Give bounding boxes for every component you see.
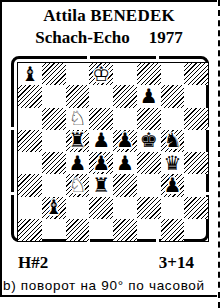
square-a6 — [18, 108, 42, 130]
square-c7 — [66, 85, 90, 107]
square-d6 — [89, 108, 113, 130]
source-name: Schach-Echo — [35, 28, 129, 47]
square-h6 — [184, 108, 208, 130]
piece-wK-d8: ♚♔ — [92, 64, 110, 85]
square-e7 — [113, 85, 137, 107]
board-grid: ♝♚♔♟♞♘♜♟♟♚♞♟♟♟♛♞♘♜♟♝ — [18, 63, 208, 241]
material-count: 3+14 — [159, 252, 216, 274]
square-g4: ♛ — [161, 152, 185, 174]
piece-bP-d4: ♟ — [92, 153, 110, 174]
square-d5: ♟ — [89, 130, 113, 152]
piece-bP-f7: ♟ — [140, 86, 158, 107]
piece-bP-c4: ♟ — [68, 153, 86, 174]
square-c8 — [66, 63, 90, 85]
piece-bP-e4: ♟ — [116, 153, 134, 174]
square-h8 — [184, 63, 208, 85]
square-f4 — [137, 152, 161, 174]
square-c3: ♞♘ — [66, 174, 90, 196]
stipulation-label: H#2 — [0, 252, 48, 274]
page-border-top — [0, 0, 217, 2]
square-c5: ♜ — [66, 130, 90, 152]
square-b1 — [42, 219, 66, 241]
piece-bR-d3: ♜ — [92, 175, 110, 196]
square-h3 — [184, 174, 208, 196]
square-g5: ♞ — [161, 130, 185, 152]
square-a3 — [18, 174, 42, 196]
square-b2: ♝ — [42, 197, 66, 219]
square-b4 — [42, 152, 66, 174]
square-a7 — [18, 85, 42, 107]
square-g7 — [161, 85, 185, 107]
square-f8 — [137, 63, 161, 85]
square-a2 — [18, 197, 42, 219]
square-b3 — [42, 174, 66, 196]
piece-bP-g3: ♟ — [163, 175, 181, 196]
piece-bP-e5: ♟ — [116, 130, 134, 151]
frame-tick — [11, 192, 14, 195]
square-c2 — [66, 197, 90, 219]
square-c4: ♟ — [66, 152, 90, 174]
square-b7 — [42, 85, 66, 107]
square-f1 — [137, 219, 161, 241]
square-e1 — [113, 219, 137, 241]
square-f2 — [137, 197, 161, 219]
square-d1 — [89, 219, 113, 241]
square-g2 — [161, 197, 185, 219]
square-e5: ♟ — [113, 130, 137, 152]
source-line: Schach-Echo1977 — [2, 28, 216, 48]
chessboard-inner-border: ♝♚♔♟♞♘♜♟♟♚♞♟♟♟♛♞♘♜♟♝ — [17, 62, 209, 242]
frame-tick — [156, 56, 159, 59]
piece-bR-c5: ♜ — [68, 130, 86, 151]
square-e3 — [113, 174, 137, 196]
piece-wN-c3: ♞♘ — [68, 175, 86, 196]
square-e8 — [113, 63, 137, 85]
frame-tick — [87, 56, 90, 59]
piece-bB-b2: ♝ — [45, 197, 63, 218]
twin-caption: b) поворот на 90° по часовой — [3, 278, 216, 294]
square-g3: ♟ — [161, 174, 185, 196]
page-border-bottom — [0, 295, 217, 297]
square-f7: ♟ — [137, 85, 161, 107]
square-b8 — [42, 63, 66, 85]
square-e2 — [113, 197, 137, 219]
square-c6: ♞♘ — [66, 108, 90, 130]
square-e4: ♟ — [113, 152, 137, 174]
square-f5: ♚ — [137, 130, 161, 152]
square-d7 — [89, 85, 113, 107]
square-g6 — [161, 108, 185, 130]
problem-card: Attila BENEDEK Schach-Echo1977 ♝♚♔♟♞♘♜♟♟… — [0, 0, 222, 308]
page-border-right-dashed — [218, 0, 220, 308]
square-a8: ♝ — [18, 63, 42, 85]
square-h2 — [184, 197, 208, 219]
square-g8 — [161, 63, 185, 85]
square-g1 — [161, 219, 185, 241]
square-h5 — [184, 130, 208, 152]
square-f3 — [137, 174, 161, 196]
square-e6 — [113, 108, 137, 130]
caption-row: H#2 3+14 — [0, 252, 216, 274]
piece-wN-c6: ♞♘ — [68, 108, 86, 129]
square-c1 — [66, 219, 90, 241]
piece-bK-f5: ♚ — [140, 130, 158, 151]
square-h1 — [184, 219, 208, 241]
square-d4: ♟ — [89, 152, 113, 174]
square-d2 — [89, 197, 113, 219]
square-f6 — [137, 108, 161, 130]
source-year: 1977 — [149, 28, 183, 47]
square-b6 — [42, 108, 66, 130]
square-d3: ♜ — [89, 174, 113, 196]
square-a1 — [18, 219, 42, 241]
square-b5 — [42, 130, 66, 152]
author-name: Attila BENEDEK — [2, 6, 216, 26]
piece-bP-d5: ♟ — [92, 130, 110, 151]
square-a5 — [18, 130, 42, 152]
piece-bN-g5: ♞ — [163, 130, 181, 151]
square-h4 — [184, 152, 208, 174]
square-d8: ♚♔ — [89, 63, 113, 85]
piece-bB-a8: ♝ — [21, 64, 39, 85]
square-h7 — [184, 85, 208, 107]
piece-bQ-g4: ♛ — [163, 153, 181, 174]
frame-tick — [11, 127, 14, 130]
chessboard-frame: ♝♚♔♟♞♘♜♟♟♚♞♟♟♟♛♞♘♜♟♝ — [11, 56, 209, 242]
square-a4 — [18, 152, 42, 174]
